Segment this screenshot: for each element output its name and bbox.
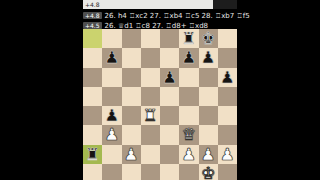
- square-b6[interactable]: [102, 68, 121, 87]
- square-e2[interactable]: [160, 145, 179, 164]
- square-c3[interactable]: [122, 125, 141, 144]
- black-king[interactable]: ♚: [199, 29, 218, 48]
- square-a6[interactable]: [83, 68, 102, 87]
- square-g1[interactable]: ♚: [199, 164, 218, 180]
- square-f5[interactable]: [179, 87, 198, 106]
- square-b2[interactable]: [102, 145, 121, 164]
- square-c4[interactable]: [122, 106, 141, 125]
- white-queen[interactable]: ♛: [179, 125, 198, 144]
- square-b7[interactable]: ♟: [102, 48, 121, 67]
- black-pawn[interactable]: ♟: [102, 48, 121, 67]
- square-h6[interactable]: ♟: [218, 68, 237, 87]
- square-e5[interactable]: [160, 87, 179, 106]
- square-e1[interactable]: [160, 164, 179, 180]
- black-pawn[interactable]: ♟: [179, 48, 198, 67]
- square-h4[interactable]: [218, 106, 237, 125]
- white-rook[interactable]: ♜: [141, 106, 160, 125]
- square-g5[interactable]: [199, 87, 218, 106]
- square-c7[interactable]: [122, 48, 141, 67]
- engine-line-1[interactable]: +4.8 26. h4 ♖xc2 27. ♖xb4 ♖c5 28. ♖xb7 ♖…: [83, 11, 237, 20]
- square-f8[interactable]: ♜: [179, 29, 198, 48]
- evaluation-bar: +4.8: [83, 0, 237, 9]
- square-d6[interactable]: [141, 68, 160, 87]
- square-g2[interactable]: ♟: [199, 145, 218, 164]
- square-d3[interactable]: [141, 125, 160, 144]
- square-f1[interactable]: [179, 164, 198, 180]
- square-e3[interactable]: [160, 125, 179, 144]
- square-c2[interactable]: ♟: [122, 145, 141, 164]
- square-b3[interactable]: ♟: [102, 125, 121, 144]
- square-f6[interactable]: [179, 68, 198, 87]
- square-a1[interactable]: [83, 164, 102, 180]
- square-h3[interactable]: [218, 125, 237, 144]
- black-pawn[interactable]: ♟: [102, 106, 121, 125]
- square-h1[interactable]: [218, 164, 237, 180]
- white-pawn[interactable]: ♟: [122, 145, 141, 164]
- square-d1[interactable]: [141, 164, 160, 180]
- square-a5[interactable]: [83, 87, 102, 106]
- square-c8[interactable]: [122, 29, 141, 48]
- square-h5[interactable]: [218, 87, 237, 106]
- square-b8[interactable]: [102, 29, 121, 48]
- square-g4[interactable]: [199, 106, 218, 125]
- square-a4[interactable]: [83, 106, 102, 125]
- square-h7[interactable]: [218, 48, 237, 67]
- evaluation-bar-white-portion: +4.8: [83, 0, 213, 9]
- square-c1[interactable]: [122, 164, 141, 180]
- square-h8[interactable]: [218, 29, 237, 48]
- white-pawn[interactable]: ♟: [218, 145, 237, 164]
- square-e6[interactable]: ♟: [160, 68, 179, 87]
- square-f7[interactable]: ♟: [179, 48, 198, 67]
- square-g3[interactable]: [199, 125, 218, 144]
- white-pawn[interactable]: ♟: [179, 145, 198, 164]
- square-d2[interactable]: [141, 145, 160, 164]
- square-a2[interactable]: ♜: [83, 145, 102, 164]
- black-pawn[interactable]: ♟: [160, 68, 179, 87]
- square-f3[interactable]: ♛: [179, 125, 198, 144]
- square-g7[interactable]: ♟: [199, 48, 218, 67]
- square-f4[interactable]: [179, 106, 198, 125]
- white-pawn[interactable]: ♟: [199, 145, 218, 164]
- black-rook[interactable]: ♜: [83, 145, 102, 164]
- engine-line-1-moves[interactable]: 26. h4 ♖xc2 27. ♖xb4 ♖c5 28. ♖xb7 ♖f5: [105, 12, 250, 20]
- square-d8[interactable]: [141, 29, 160, 48]
- square-e4[interactable]: [160, 106, 179, 125]
- engine-line-2-eval-badge: +4.5: [83, 22, 102, 29]
- black-pawn[interactable]: ♟: [218, 68, 237, 87]
- square-a8[interactable]: [83, 29, 102, 48]
- black-pawn[interactable]: ♟: [199, 48, 218, 67]
- analysis-panel: +4.8 +4.8 26. h4 ♖xc2 27. ♖xb4 ♖c5 28. ♖…: [83, 0, 237, 31]
- engine-lines: +4.8 26. h4 ♖xc2 27. ♖xb4 ♖c5 28. ♖xb7 ♖…: [83, 11, 237, 30]
- white-pawn[interactable]: ♟: [102, 125, 121, 144]
- engine-line-1-eval-badge: +4.8: [83, 12, 102, 19]
- square-b4[interactable]: ♟: [102, 106, 121, 125]
- square-f2[interactable]: ♟: [179, 145, 198, 164]
- square-a7[interactable]: [83, 48, 102, 67]
- square-c6[interactable]: [122, 68, 141, 87]
- square-b5[interactable]: [102, 87, 121, 106]
- white-king[interactable]: ♚: [199, 164, 218, 180]
- square-e8[interactable]: [160, 29, 179, 48]
- square-c5[interactable]: [122, 87, 141, 106]
- chess-board: ♜♚♟♟♟♟♟♟♜♟♛♜♟♟♟♟♚: [83, 29, 237, 180]
- square-b1[interactable]: [102, 164, 121, 180]
- evaluation-score: +4.8: [83, 2, 100, 8]
- square-g6[interactable]: [199, 68, 218, 87]
- square-a3[interactable]: [83, 125, 102, 144]
- square-e7[interactable]: [160, 48, 179, 67]
- square-g8[interactable]: ♚: [199, 29, 218, 48]
- square-d4[interactable]: ♜: [141, 106, 160, 125]
- black-rook[interactable]: ♜: [179, 29, 198, 48]
- square-d7[interactable]: [141, 48, 160, 67]
- square-d5[interactable]: [141, 87, 160, 106]
- square-h2[interactable]: ♟: [218, 145, 237, 164]
